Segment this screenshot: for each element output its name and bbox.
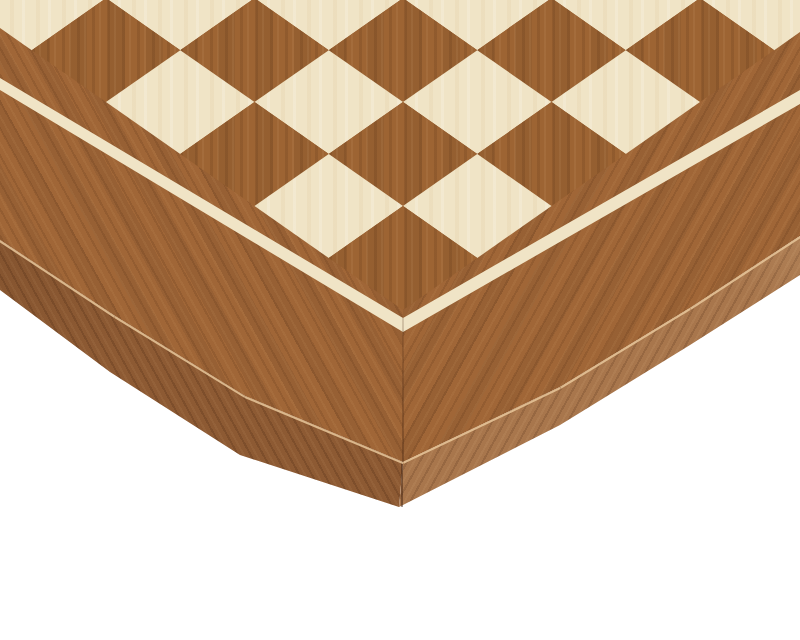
edge-corner-seam	[401, 462, 403, 507]
chessboard-corner-photo	[0, 0, 800, 640]
frame-miter-seam	[402, 318, 404, 462]
